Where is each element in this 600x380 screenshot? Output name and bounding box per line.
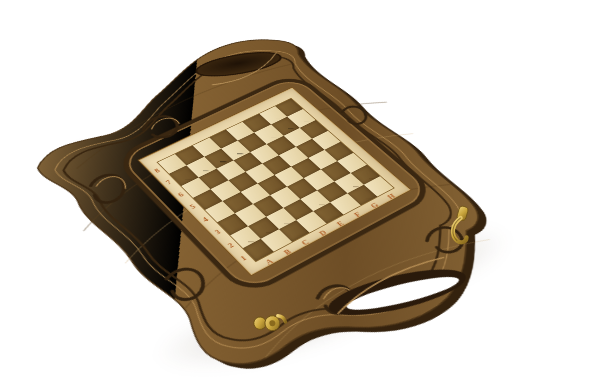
brass-clasp-bottom [246,306,292,338]
black-pawn-icon[interactable]: ♟ [229,137,246,156]
black-pawn-icon[interactable]: ♟ [263,120,279,138]
white-rook-icon[interactable]: ♜ [251,233,272,256]
black-pawn-icon[interactable]: ♟ [296,105,312,123]
black-pawn-icon[interactable]: ♟ [177,162,194,181]
scene: ABCDEFGH 87654321 ♜♞♝♛♚♝♞♜♟♟♟♟♟♟♟♟♟♟♟♟♟♟… [0,0,600,380]
black-pawn-icon[interactable]: ♟ [212,145,229,164]
product-photo-stage: ABCDEFGH 87654321 ♜♞♝♛♚♝♞♜♟♟♟♟♟♟♟♟♟♟♟♟♟♟… [0,0,600,380]
black-pawn-icon[interactable]: ♟ [280,112,296,130]
brass-clasp-right [444,204,476,246]
black-pawn-icon[interactable]: ♟ [246,128,263,146]
black-pawn-icon[interactable]: ♟ [195,153,212,172]
